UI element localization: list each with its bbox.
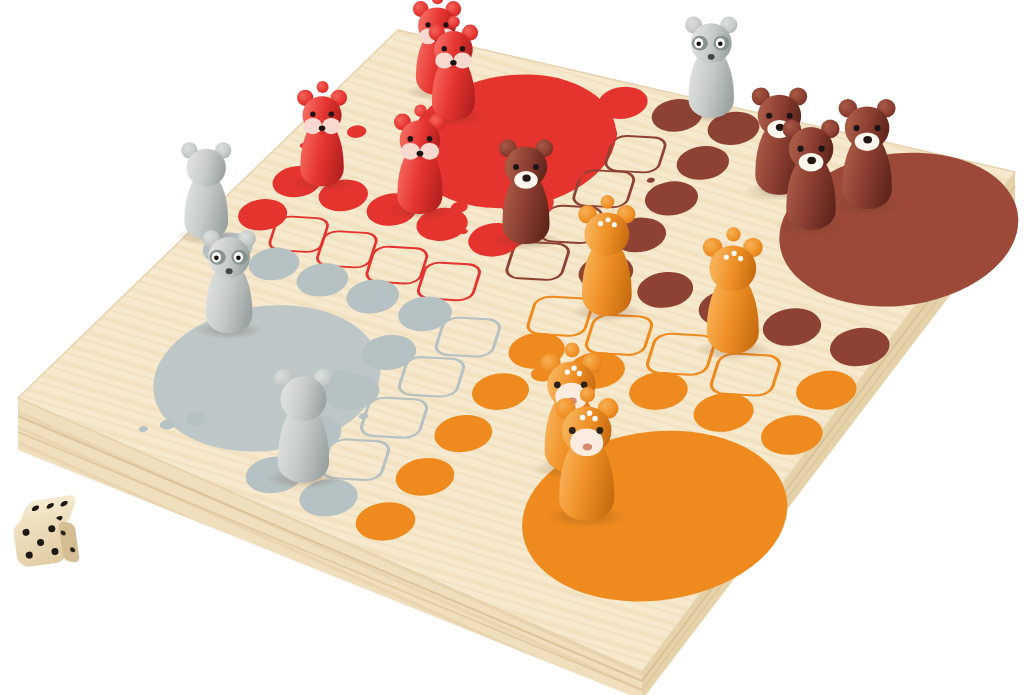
board-surface bbox=[18, 30, 1015, 672]
ludo-photo-scene bbox=[0, 0, 1024, 695]
board-wood bbox=[0, 0, 1024, 695]
